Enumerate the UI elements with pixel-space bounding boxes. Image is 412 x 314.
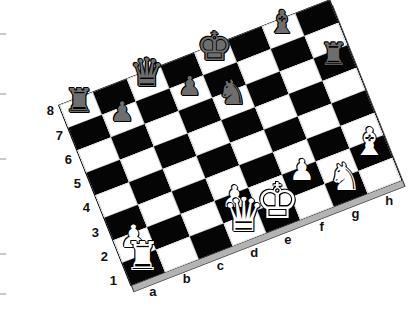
piece-black-queen-c8[interactable]: ♛ xyxy=(129,53,164,92)
piece-white-queen-d1[interactable]: ♛ xyxy=(223,191,265,238)
file-label-b: b xyxy=(183,271,191,286)
rank-label-6: 6 xyxy=(65,151,72,166)
rank-label-1: 1 xyxy=(110,273,117,288)
file-label-f: f xyxy=(319,218,323,233)
file-label-d: d xyxy=(250,245,258,260)
piece-white-rook-a1[interactable]: ♜ xyxy=(124,236,160,276)
piece-white-knight-g1[interactable]: ♞ xyxy=(328,159,362,197)
piece-black-king-e8[interactable]: ♚ xyxy=(196,26,232,66)
rank-label-7: 7 xyxy=(56,127,63,142)
file-label-g: g xyxy=(351,205,359,220)
file-label-a: a xyxy=(149,284,156,299)
chess-diagram: ♜♛♚♝♟♟♞♜♟♟♟♝♜♛♚♞ 12345678abcdefgh xyxy=(0,0,412,314)
file-label-c: c xyxy=(217,258,224,273)
rank-label-8: 8 xyxy=(47,103,54,118)
piece-black-pawn-b7[interactable]: ♟ xyxy=(110,98,134,125)
scan-artifact-tick xyxy=(0,93,6,95)
piece-black-rook-a8[interactable]: ♜ xyxy=(65,84,95,117)
piece-black-pawn-d7[interactable]: ♟ xyxy=(178,73,201,99)
piece-black-bishop-g8[interactable]: ♝ xyxy=(268,6,297,38)
rank-label-4: 4 xyxy=(83,200,90,215)
file-label-h: h xyxy=(385,192,393,207)
scan-artifact-tick xyxy=(0,158,6,160)
scan-artifact-tick xyxy=(0,293,6,295)
rank-label-5: 5 xyxy=(74,176,81,191)
piece-black-knight-e6[interactable]: ♞ xyxy=(217,76,247,110)
rank-label-2: 2 xyxy=(101,249,108,264)
scan-artifact-tick xyxy=(0,33,6,35)
piece-black-rook-h6[interactable]: ♜ xyxy=(320,39,348,70)
scan-artifact-tick xyxy=(0,253,6,255)
rank-label-3: 3 xyxy=(92,224,99,239)
file-label-e: e xyxy=(284,231,291,246)
